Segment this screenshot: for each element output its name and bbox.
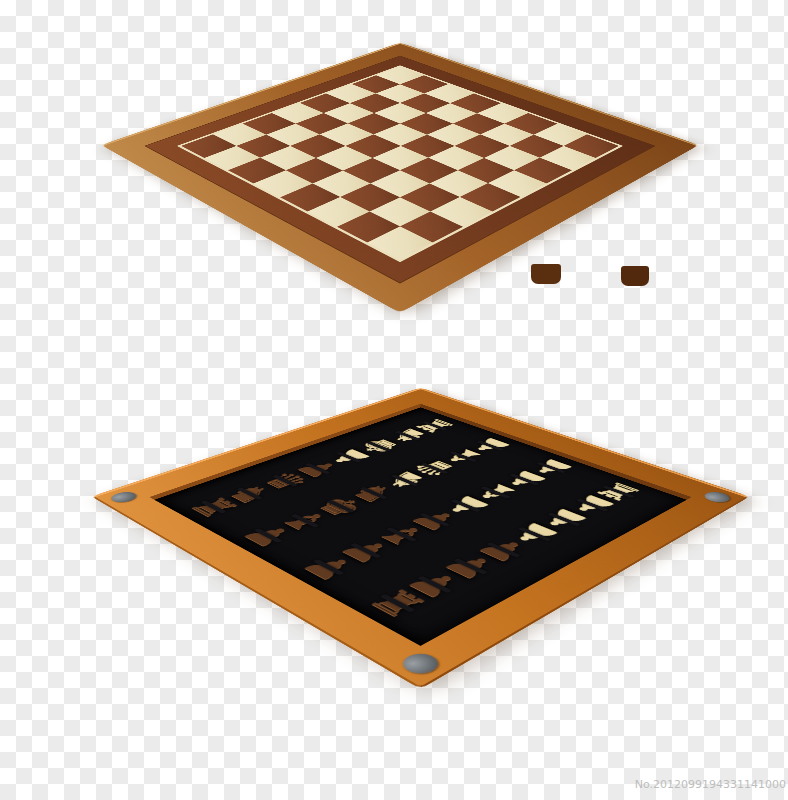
tray-felt: ♜♞♛♟♟♚♞♜♟♝♚♞♞♛♝♟♟♟♝♟♟♝♟♟♜♟♟♟♟♟♟♜ [149,404,691,646]
tray-pieces: ♜♞♛♟♟♚♞♜♟♝♚♞♞♛♝♟♟♟♝♟♟♝♟♟♜♟♟♟♟♟♟♜ [170,412,668,633]
board-border-band [146,56,655,283]
magnet-disc [700,490,734,504]
magnet-disc [107,490,141,504]
storage-tray-3d: ♜♞♛♟♟♚♞♜♟♝♚♞♞♛♝♟♟♟♝♟♟♝♟♟♜♟♟♟♟♟♟♜ [188,264,653,729]
watermark-text: No.2012099194331141000 [635,778,786,791]
chess-board [181,67,619,260]
board-pinstripe [177,65,623,262]
tray-rim: ♜♞♛♟♟♚♞♜♟♝♚♞♞♛♝♟♟♟♝♟♟♝♟♟♜♟♟♟♟♟♟♜ [92,388,750,689]
magnet-disc [396,650,445,678]
